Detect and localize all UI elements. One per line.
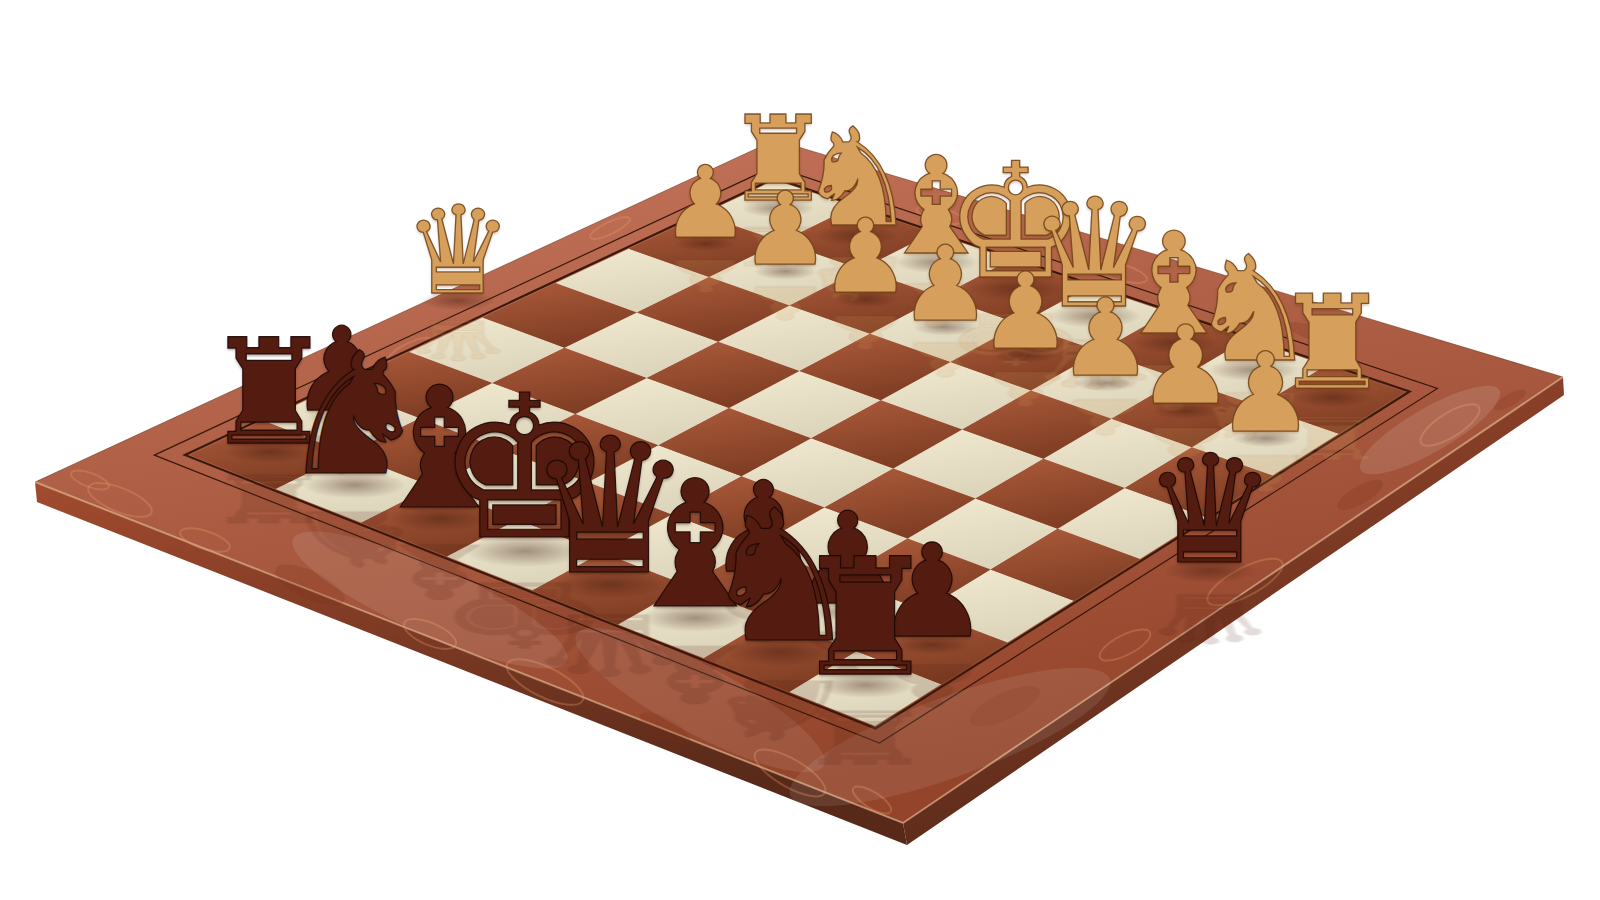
chess-set-photo: Angled product photograph of a luxury re… [0,0,1600,900]
chess-board [0,0,1600,900]
